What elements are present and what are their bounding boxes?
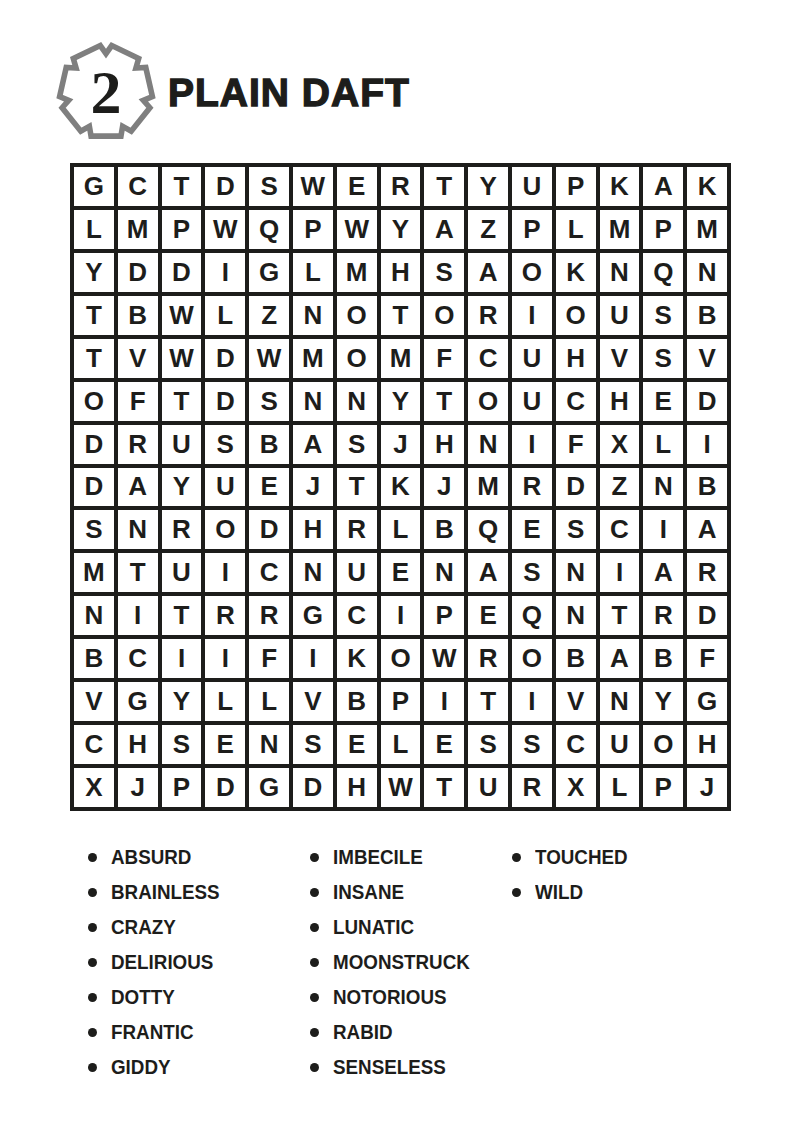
grid-cell[interactable]: R xyxy=(205,596,245,635)
grid-cell[interactable]: P xyxy=(381,682,421,721)
grid-cell[interactable]: I xyxy=(687,425,727,464)
word-label: CRAZY xyxy=(111,916,176,939)
grid-cell[interactable]: S xyxy=(205,425,245,464)
grid-cell[interactable]: Q xyxy=(468,510,508,549)
bullet-icon xyxy=(88,923,97,932)
puzzle-number-badge: 2 xyxy=(50,34,162,146)
bullet-icon xyxy=(310,888,319,897)
grid-cell[interactable]: N xyxy=(337,382,377,421)
grid-cell[interactable]: Q xyxy=(643,253,683,292)
grid-cell[interactable]: P xyxy=(293,210,333,249)
grid-cell[interactable]: N xyxy=(556,553,596,592)
grid-cell[interactable]: U xyxy=(600,296,640,335)
grid-cell[interactable]: A xyxy=(424,210,464,249)
word-item: FRANTIC xyxy=(88,1015,298,1050)
grid-cell[interactable]: L xyxy=(74,210,114,249)
grid-cell[interactable]: V xyxy=(74,682,114,721)
grid-cell[interactable]: Y xyxy=(468,167,508,206)
grid-cell[interactable]: E xyxy=(381,553,421,592)
grid-cell[interactable]: D xyxy=(249,510,289,549)
grid-cell[interactable]: I xyxy=(600,553,640,592)
grid-cell[interactable]: P xyxy=(424,596,464,635)
grid-cell[interactable]: U xyxy=(512,382,552,421)
grid-cell[interactable]: M xyxy=(118,210,158,249)
bullet-icon xyxy=(512,888,521,897)
grid-cell[interactable]: D xyxy=(118,253,158,292)
grid-cell[interactable]: V xyxy=(600,339,640,378)
grid-cell[interactable]: O xyxy=(381,639,421,678)
grid-cell[interactable]: I xyxy=(205,639,245,678)
grid-cell[interactable]: H xyxy=(600,382,640,421)
grid-cell[interactable]: H xyxy=(293,510,333,549)
grid-cell[interactable]: M xyxy=(74,553,114,592)
word-list-column-3: TOUCHEDWILD xyxy=(512,840,722,910)
grid-cell[interactable]: D xyxy=(687,382,727,421)
grid-cell[interactable]: N xyxy=(293,296,333,335)
grid-cell[interactable]: U xyxy=(468,768,508,807)
grid-cell[interactable]: N xyxy=(293,553,333,592)
grid-cell[interactable]: C xyxy=(118,167,158,206)
grid-cell[interactable]: S xyxy=(162,725,202,764)
grid-cell[interactable]: L xyxy=(205,682,245,721)
grid-cell[interactable]: D xyxy=(205,167,245,206)
grid-cell[interactable]: N xyxy=(249,725,289,764)
word-label: DELIRIOUS xyxy=(111,951,213,974)
grid-cell[interactable]: C xyxy=(468,339,508,378)
grid-cell[interactable]: K xyxy=(687,167,727,206)
grid-cell[interactable]: N xyxy=(74,596,114,635)
grid-cell[interactable]: E xyxy=(249,468,289,507)
grid-cell[interactable]: P xyxy=(643,768,683,807)
grid-cell[interactable]: I xyxy=(205,553,245,592)
word-item: MOONSTRUCK xyxy=(310,945,520,980)
grid-cell[interactable]: G xyxy=(249,768,289,807)
grid-cell[interactable]: C xyxy=(74,725,114,764)
grid-cell[interactable]: U xyxy=(205,468,245,507)
page-title: PLAIN DAFT xyxy=(168,70,410,116)
grid-cell[interactable]: L xyxy=(293,253,333,292)
grid-cell[interactable]: I xyxy=(512,296,552,335)
grid-cell[interactable]: E xyxy=(468,596,508,635)
grid-cell[interactable]: D xyxy=(162,253,202,292)
grid-cell[interactable]: M xyxy=(293,339,333,378)
grid-cell[interactable]: Y xyxy=(74,253,114,292)
grid-cell[interactable]: W xyxy=(162,339,202,378)
grid-cell[interactable]: B xyxy=(118,296,158,335)
grid-cell[interactable]: K xyxy=(337,639,377,678)
grid-cell[interactable]: T xyxy=(424,167,464,206)
grid-cell[interactable]: S xyxy=(249,382,289,421)
grid-cell[interactable]: S xyxy=(512,725,552,764)
bullet-icon xyxy=(88,1028,97,1037)
word-label: ABSURD xyxy=(111,846,191,869)
bullet-icon xyxy=(310,853,319,862)
grid-cell[interactable]: M xyxy=(687,210,727,249)
word-list-column-2: IMBECILEINSANELUNATICMOONSTRUCKNOTORIOUS… xyxy=(310,840,520,1085)
grid-cell[interactable]: N xyxy=(600,682,640,721)
grid-cell[interactable]: S xyxy=(512,553,552,592)
grid-cell[interactable]: B xyxy=(74,639,114,678)
grid-cell[interactable]: C xyxy=(600,510,640,549)
grid-cell[interactable]: N xyxy=(118,510,158,549)
grid-cell[interactable]: N xyxy=(468,425,508,464)
grid-cell[interactable]: N xyxy=(600,253,640,292)
word-search-grid: GCTDSWERTYUPKAKLMPWQPWYAZPLMPMYDDIGLMHSA… xyxy=(70,163,731,811)
grid-cell[interactable]: P xyxy=(556,167,596,206)
grid-cell[interactable]: V xyxy=(556,682,596,721)
grid-cell[interactable]: Z xyxy=(468,210,508,249)
bullet-icon xyxy=(88,958,97,967)
grid-cell[interactable]: B xyxy=(249,425,289,464)
word-item: TOUCHED xyxy=(512,840,722,875)
grid-cell[interactable]: A xyxy=(600,639,640,678)
grid-cell[interactable]: A xyxy=(687,510,727,549)
grid-cell[interactable]: W xyxy=(249,339,289,378)
grid-cell[interactable]: F xyxy=(424,339,464,378)
grid-cell[interactable]: D xyxy=(205,339,245,378)
grid-cell[interactable]: P xyxy=(162,210,202,249)
grid-cell[interactable]: S xyxy=(643,339,683,378)
grid-cell[interactable]: W xyxy=(205,210,245,249)
grid-cell[interactable]: N xyxy=(556,596,596,635)
grid-cell[interactable]: R xyxy=(381,167,421,206)
grid-cell[interactable]: O xyxy=(512,639,552,678)
grid-cell[interactable]: I xyxy=(381,596,421,635)
grid-cell[interactable]: Y xyxy=(381,210,421,249)
word-item: CRAZY xyxy=(88,910,298,945)
grid-cell[interactable]: G xyxy=(74,167,114,206)
grid-cell[interactable]: E xyxy=(643,382,683,421)
grid-cell[interactable]: K xyxy=(381,468,421,507)
grid-cell[interactable]: C xyxy=(249,553,289,592)
grid-cell[interactable]: L xyxy=(381,725,421,764)
grid-cell[interactable]: F xyxy=(118,382,158,421)
word-item: INSANE xyxy=(310,875,520,910)
grid-cell[interactable]: B xyxy=(556,639,596,678)
grid-cell[interactable]: F xyxy=(249,639,289,678)
grid-cell[interactable]: R xyxy=(468,296,508,335)
word-item: SENSELESS xyxy=(310,1050,520,1085)
grid-cell[interactable]: W xyxy=(381,768,421,807)
word-list-column-1: ABSURDBRAINLESSCRAZYDELIRIOUSDOTTYFRANTI… xyxy=(88,840,298,1085)
grid-cell[interactable]: Y xyxy=(162,682,202,721)
grid-cell[interactable]: W xyxy=(162,296,202,335)
grid-cell[interactable]: H xyxy=(381,253,421,292)
word-label: NOTORIOUS xyxy=(333,986,447,1009)
grid-cell[interactable]: V xyxy=(118,339,158,378)
grid-cell[interactable]: H xyxy=(337,768,377,807)
grid-cell[interactable]: T xyxy=(162,382,202,421)
grid-cell[interactable]: R xyxy=(468,639,508,678)
grid-cell[interactable]: I xyxy=(643,510,683,549)
grid-cell[interactable]: S xyxy=(424,253,464,292)
word-label: MOONSTRUCK xyxy=(333,951,470,974)
grid-cell[interactable]: C xyxy=(337,596,377,635)
grid-cell[interactable]: G xyxy=(118,682,158,721)
word-label: IMBECILE xyxy=(333,846,423,869)
puzzle-number: 2 xyxy=(50,36,162,148)
grid-cell[interactable]: R xyxy=(687,553,727,592)
grid-cell[interactable]: C xyxy=(556,725,596,764)
grid-cell[interactable]: M xyxy=(600,210,640,249)
grid-cell[interactable]: P xyxy=(162,768,202,807)
word-label: LUNATIC xyxy=(333,916,414,939)
grid-cell[interactable]: U xyxy=(512,339,552,378)
grid-cell[interactable]: T xyxy=(424,382,464,421)
grid-cell[interactable]: O xyxy=(643,725,683,764)
grid-cell[interactable]: D xyxy=(556,468,596,507)
word-item: RABID xyxy=(310,1015,520,1050)
grid-cell[interactable]: L xyxy=(643,425,683,464)
grid-cell[interactable]: R xyxy=(249,596,289,635)
grid-cell[interactable]: R xyxy=(162,510,202,549)
grid-cell[interactable]: G xyxy=(249,253,289,292)
grid-cell[interactable]: K xyxy=(556,253,596,292)
word-label: DOTTY xyxy=(111,986,175,1009)
bullet-icon xyxy=(88,1063,97,1072)
word-item: LUNATIC xyxy=(310,910,520,945)
grid-cell[interactable]: B xyxy=(643,639,683,678)
grid-cell[interactable]: A xyxy=(468,553,508,592)
grid-cell[interactable]: R xyxy=(337,510,377,549)
grid-cell[interactable]: R xyxy=(643,596,683,635)
grid-cell[interactable]: L xyxy=(249,682,289,721)
grid-cell[interactable]: T xyxy=(337,468,377,507)
grid-cell[interactable]: U xyxy=(162,425,202,464)
grid-cell[interactable]: U xyxy=(512,167,552,206)
grid-cell[interactable]: V xyxy=(687,339,727,378)
grid-cell[interactable]: Y xyxy=(381,382,421,421)
grid-cell[interactable]: B xyxy=(337,682,377,721)
grid-cell[interactable]: S xyxy=(468,725,508,764)
grid-cell[interactable]: I xyxy=(118,596,158,635)
grid-cell[interactable]: J xyxy=(424,468,464,507)
grid-cell[interactable]: G xyxy=(293,596,333,635)
grid-cell[interactable]: O xyxy=(74,382,114,421)
grid-cell[interactable]: E xyxy=(512,510,552,549)
grid-cell[interactable]: X xyxy=(600,425,640,464)
grid-cell[interactable]: W xyxy=(424,639,464,678)
grid-cell[interactable]: Q xyxy=(512,596,552,635)
grid-cell[interactable]: W xyxy=(337,210,377,249)
grid-cell[interactable]: C xyxy=(556,382,596,421)
grid-cell[interactable]: Z xyxy=(249,296,289,335)
grid-cell[interactable]: X xyxy=(74,768,114,807)
grid-cell[interactable]: I xyxy=(205,253,245,292)
grid-cell[interactable]: Y xyxy=(643,682,683,721)
word-item: BRAINLESS xyxy=(88,875,298,910)
grid-cell[interactable]: M xyxy=(381,339,421,378)
word-label: INSANE xyxy=(333,881,404,904)
grid-cell[interactable]: M xyxy=(468,468,508,507)
grid-cell[interactable]: D xyxy=(74,425,114,464)
grid-cell[interactable]: H xyxy=(687,725,727,764)
grid-cell[interactable]: J xyxy=(118,768,158,807)
grid-cell[interactable]: V xyxy=(293,682,333,721)
grid-cell[interactable]: A xyxy=(468,253,508,292)
grid-cell[interactable]: N xyxy=(643,468,683,507)
grid-cell[interactable]: S xyxy=(293,725,333,764)
grid-cell[interactable]: Z xyxy=(600,468,640,507)
word-item: ABSURD xyxy=(88,840,298,875)
grid-cell[interactable]: O xyxy=(337,296,377,335)
bullet-icon xyxy=(310,1028,319,1037)
bullet-icon xyxy=(88,853,97,862)
grid-cell[interactable]: O xyxy=(205,510,245,549)
grid-cell[interactable]: H xyxy=(118,725,158,764)
grid-cell[interactable]: K xyxy=(600,167,640,206)
grid-cell[interactable]: O xyxy=(337,339,377,378)
grid-cell[interactable]: D xyxy=(205,382,245,421)
grid-cell[interactable]: Q xyxy=(249,210,289,249)
grid-cell[interactable]: N xyxy=(424,553,464,592)
grid-cell[interactable]: U xyxy=(337,553,377,592)
word-item: GIDDY xyxy=(88,1050,298,1085)
grid-cell[interactable]: A xyxy=(293,425,333,464)
grid-cell[interactable]: F xyxy=(556,425,596,464)
word-item: WILD xyxy=(512,875,722,910)
grid-cell[interactable]: R xyxy=(512,468,552,507)
grid-cell[interactable]: P xyxy=(512,210,552,249)
bullet-icon xyxy=(310,923,319,932)
word-item: NOTORIOUS xyxy=(310,980,520,1015)
grid-cell[interactable]: I xyxy=(512,682,552,721)
grid-cell[interactable]: T xyxy=(424,768,464,807)
grid-cell[interactable]: T xyxy=(162,596,202,635)
grid-cell[interactable]: M xyxy=(337,253,377,292)
grid-cell[interactable]: T xyxy=(118,553,158,592)
grid-cell[interactable]: T xyxy=(381,296,421,335)
word-item: IMBECILE xyxy=(310,840,520,875)
grid-cell[interactable]: I xyxy=(293,639,333,678)
grid-cell[interactable]: I xyxy=(424,682,464,721)
grid-cell[interactable]: G xyxy=(687,682,727,721)
grid-cell[interactable]: S xyxy=(643,296,683,335)
grid-cell[interactable]: A xyxy=(643,167,683,206)
grid-cell[interactable]: R xyxy=(512,768,552,807)
grid-cell[interactable]: U xyxy=(600,725,640,764)
grid-cell[interactable]: N xyxy=(293,382,333,421)
grid-cell[interactable]: O xyxy=(556,296,596,335)
grid-cell[interactable]: X xyxy=(556,768,596,807)
grid-cell[interactable]: L xyxy=(205,296,245,335)
grid-cell[interactable]: E xyxy=(337,725,377,764)
word-label: GIDDY xyxy=(111,1056,171,1079)
grid-cell[interactable]: J xyxy=(381,425,421,464)
bullet-icon xyxy=(88,888,97,897)
word-label: BRAINLESS xyxy=(111,881,220,904)
grid-cell[interactable]: T xyxy=(600,596,640,635)
word-label: RABID xyxy=(333,1021,393,1044)
grid-cell[interactable]: T xyxy=(74,339,114,378)
grid-cell[interactable]: T xyxy=(74,296,114,335)
bullet-icon xyxy=(310,1063,319,1072)
bullet-icon xyxy=(310,958,319,967)
grid-cell[interactable]: E xyxy=(205,725,245,764)
grid-cell[interactable]: C xyxy=(118,639,158,678)
grid-cell[interactable]: L xyxy=(381,510,421,549)
grid-cell[interactable]: L xyxy=(600,768,640,807)
word-label: FRANTIC xyxy=(111,1021,193,1044)
grid-cell[interactable]: B xyxy=(687,468,727,507)
word-label: WILD xyxy=(535,881,583,904)
grid-cell[interactable]: D xyxy=(205,768,245,807)
grid-cell[interactable]: B xyxy=(424,510,464,549)
grid-cell[interactable]: Y xyxy=(162,468,202,507)
bullet-icon xyxy=(88,993,97,1002)
grid-cell[interactable]: S xyxy=(337,425,377,464)
grid-cell[interactable]: J xyxy=(293,468,333,507)
grid-cell[interactable]: J xyxy=(687,768,727,807)
grid-cell[interactable]: P xyxy=(643,210,683,249)
bullet-icon xyxy=(512,853,521,862)
grid-cell[interactable]: W xyxy=(293,167,333,206)
grid-cell[interactable]: H xyxy=(424,425,464,464)
grid-cell[interactable]: T xyxy=(468,682,508,721)
grid-cell[interactable]: I xyxy=(162,639,202,678)
grid-cell[interactable]: D xyxy=(293,768,333,807)
bullet-icon xyxy=(310,993,319,1002)
grid-cell[interactable]: I xyxy=(512,425,552,464)
grid-cell[interactable]: L xyxy=(556,210,596,249)
grid-cell[interactable]: T xyxy=(162,167,202,206)
word-item: DELIRIOUS xyxy=(88,945,298,980)
grid-cell[interactable]: U xyxy=(162,553,202,592)
grid-cell[interactable]: N xyxy=(687,253,727,292)
grid-cell[interactable]: B xyxy=(687,296,727,335)
word-label: TOUCHED xyxy=(535,846,628,869)
grid-cell[interactable]: O xyxy=(424,296,464,335)
grid-cell[interactable]: O xyxy=(468,382,508,421)
grid-cell[interactable]: O xyxy=(512,253,552,292)
grid-cell[interactable]: S xyxy=(249,167,289,206)
grid-cell[interactable]: D xyxy=(687,596,727,635)
grid-cell[interactable]: S xyxy=(74,510,114,549)
word-item: DOTTY xyxy=(88,980,298,1015)
grid-cell[interactable]: A xyxy=(643,553,683,592)
grid-cell[interactable]: E xyxy=(337,167,377,206)
grid-cell[interactable]: D xyxy=(74,468,114,507)
grid-cell[interactable]: F xyxy=(687,639,727,678)
grid-cell[interactable]: H xyxy=(556,339,596,378)
grid-cell[interactable]: R xyxy=(118,425,158,464)
grid-cell[interactable]: E xyxy=(424,725,464,764)
grid-cell[interactable]: S xyxy=(556,510,596,549)
grid-cell[interactable]: A xyxy=(118,468,158,507)
word-label: SENSELESS xyxy=(333,1056,446,1079)
